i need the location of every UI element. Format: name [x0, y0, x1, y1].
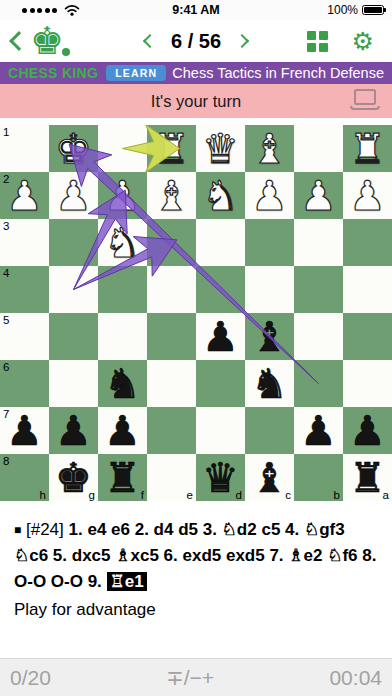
square-f8[interactable]: f♜: [98, 454, 147, 501]
square-c8[interactable]: c♝: [245, 454, 294, 501]
square-a8[interactable]: a♜: [343, 454, 392, 501]
square-h4[interactable]: 4: [0, 266, 49, 313]
square-e4[interactable]: [147, 266, 196, 313]
settings-gear-icon[interactable]: ⚙: [352, 29, 374, 54]
square-f6[interactable]: ♞: [98, 360, 147, 407]
square-g7[interactable]: ♟: [49, 407, 98, 454]
piece-black-b-c5[interactable]: ♝: [245, 313, 294, 360]
square-b2[interactable]: ♟: [294, 172, 343, 219]
piece-black-n-f6[interactable]: ♞: [98, 360, 147, 407]
rank-label: 8: [3, 455, 9, 467]
piece-black-k-g8[interactable]: ♚: [49, 454, 98, 501]
next-puzzle-button[interactable]: [235, 34, 249, 48]
square-a5[interactable]: [343, 313, 392, 360]
piece-black-r-a8[interactable]: ♜: [343, 454, 392, 501]
square-g8[interactable]: g♚: [49, 454, 98, 501]
square-b4[interactable]: [294, 266, 343, 313]
file-label: h: [40, 489, 46, 501]
chess-board: 1♚♜♛♝♜2♟♟♟♝♞♟♟♟3♞45♟♝6♞♞7♟♟♟♟♟8hg♚f♜ed♛c…: [0, 125, 392, 501]
square-h8[interactable]: 8h: [0, 454, 49, 501]
rank-label: 1: [3, 126, 9, 138]
square-c7[interactable]: [245, 407, 294, 454]
square-e6[interactable]: [147, 360, 196, 407]
piece-white-p-a2[interactable]: ♟: [343, 172, 392, 219]
piece-black-b-c8[interactable]: ♝: [245, 454, 294, 501]
move-bullet: ■: [14, 523, 21, 537]
square-e8[interactable]: e: [147, 454, 196, 501]
square-e1[interactable]: ♜: [147, 125, 196, 172]
square-e7[interactable]: [147, 407, 196, 454]
square-c5[interactable]: ♝: [245, 313, 294, 360]
engine-laptop-icon[interactable]: [350, 89, 380, 113]
score-counter: 0/20: [10, 666, 51, 690]
square-h5[interactable]: 5: [0, 313, 49, 360]
square-g5[interactable]: [49, 313, 98, 360]
square-a2[interactable]: ♟: [343, 172, 392, 219]
square-h3[interactable]: 3: [0, 219, 49, 266]
square-g3[interactable]: [49, 219, 98, 266]
brand-name: CHESS KING: [8, 65, 98, 81]
piece-black-p-d5[interactable]: ♟: [196, 313, 245, 360]
square-h7[interactable]: 7♟: [0, 407, 49, 454]
nav-bar: ♚ 6 / 56 ⚙: [0, 20, 392, 62]
piece-white-p-g2[interactable]: ♟: [49, 172, 98, 219]
piece-white-r-a1[interactable]: ♜: [343, 125, 392, 172]
square-b3[interactable]: [294, 219, 343, 266]
puzzle-list-button[interactable]: [307, 31, 328, 52]
turn-text: It's your turn: [151, 92, 241, 111]
square-a1[interactable]: ♜: [343, 125, 392, 172]
instruction-text: Play for advantage: [14, 597, 378, 623]
piece-white-q-d1[interactable]: ♛: [196, 125, 245, 172]
square-b5[interactable]: [294, 313, 343, 360]
square-g6[interactable]: [49, 360, 98, 407]
piece-black-p-b7[interactable]: ♟: [294, 407, 343, 454]
square-g1[interactable]: ♚: [49, 125, 98, 172]
move-list[interactable]: ■ [#24] 1. e4 e6 2. d4 d5 3. ♘d2 c5 4. ♘…: [14, 517, 378, 595]
square-f1[interactable]: [98, 125, 147, 172]
square-e3[interactable]: [147, 219, 196, 266]
square-a4[interactable]: [343, 266, 392, 313]
square-d6[interactable]: [196, 360, 245, 407]
square-a6[interactable]: [343, 360, 392, 407]
lesson-title: Chess Tactics in French Defense: [172, 65, 384, 81]
battery-icon: [362, 5, 384, 16]
square-f7[interactable]: ♟: [98, 407, 147, 454]
moves-text[interactable]: 1. e4 e6 2. d4 d5 3. ♘d2 c5 4. ♘gf3 ♘c6 …: [14, 520, 376, 591]
square-c2[interactable]: ♟: [245, 172, 294, 219]
square-b7[interactable]: ♟: [294, 407, 343, 454]
piece-black-p-f7[interactable]: ♟: [98, 407, 147, 454]
piece-white-p-h2[interactable]: ♟: [0, 172, 49, 219]
square-b8[interactable]: b: [294, 454, 343, 501]
rank-label: 5: [3, 314, 9, 326]
square-h6[interactable]: 6: [0, 360, 49, 407]
status-bar: 9:41 AM 100%: [0, 0, 392, 20]
square-g4[interactable]: [49, 266, 98, 313]
piece-white-k-g1[interactable]: ♚: [49, 125, 98, 172]
square-d8[interactable]: d♛: [196, 454, 245, 501]
square-a7[interactable]: ♟: [343, 407, 392, 454]
square-e2[interactable]: ♝: [147, 172, 196, 219]
bottom-bar: 0/20 ∓/−+ 00:04: [0, 658, 392, 696]
piece-white-n-f3[interactable]: ♞: [98, 219, 147, 266]
piece-white-p-f2[interactable]: ♟: [98, 172, 147, 219]
square-d3[interactable]: [196, 219, 245, 266]
square-c3[interactable]: [245, 219, 294, 266]
piece-white-b-e2[interactable]: ♝: [147, 172, 196, 219]
square-h1[interactable]: 1: [0, 125, 49, 172]
piece-black-p-g7[interactable]: ♟: [49, 407, 98, 454]
square-d1[interactable]: ♛: [196, 125, 245, 172]
learn-badge: LEARN: [106, 65, 166, 81]
piece-white-p-b2[interactable]: ♟: [294, 172, 343, 219]
square-c4[interactable]: [245, 266, 294, 313]
square-d5[interactable]: ♟: [196, 313, 245, 360]
square-c1[interactable]: ♝: [245, 125, 294, 172]
piece-black-n-c6[interactable]: ♞: [245, 360, 294, 407]
board-gap: [0, 118, 392, 125]
square-f4[interactable]: [98, 266, 147, 313]
square-h2[interactable]: 2♟: [0, 172, 49, 219]
square-g2[interactable]: ♟: [49, 172, 98, 219]
evaluation-label: ∓/−+: [166, 666, 214, 690]
current-move[interactable]: ♖e1: [107, 572, 147, 591]
square-d4[interactable]: [196, 266, 245, 313]
square-e5[interactable]: [147, 313, 196, 360]
brand-bar: CHESS KING LEARN Chess Tactics in French…: [0, 62, 392, 84]
rank-label: 3: [3, 220, 9, 232]
piece-black-r-f8[interactable]: ♜: [98, 454, 147, 501]
piece-white-n-d2[interactable]: ♞: [196, 172, 245, 219]
square-f5[interactable]: [98, 313, 147, 360]
piece-black-p-h7[interactable]: ♟: [0, 407, 49, 454]
square-a3[interactable]: [343, 219, 392, 266]
piece-black-p-a7[interactable]: ♟: [343, 407, 392, 454]
piece-white-b-c1[interactable]: ♝: [245, 125, 294, 172]
file-label: b: [334, 489, 340, 501]
square-d7[interactable]: [196, 407, 245, 454]
previous-puzzle-button[interactable]: [143, 34, 157, 48]
battery-percent: 100%: [327, 3, 358, 17]
notation-panel: ■ [#24] 1. e4 e6 2. d4 d5 3. ♘d2 c5 4. ♘…: [0, 501, 392, 658]
piece-black-q-d8[interactable]: ♛: [196, 454, 245, 501]
turn-banner: It's your turn: [0, 84, 392, 118]
file-label: e: [187, 489, 193, 501]
puzzle-id: [#24]: [26, 520, 64, 539]
piece-white-r-e1[interactable]: ♜: [147, 125, 196, 172]
timer: 00:04: [329, 666, 382, 690]
puzzle-counter: 6 / 56: [171, 30, 221, 53]
rank-label: 6: [3, 361, 9, 373]
square-c6[interactable]: ♞: [245, 360, 294, 407]
square-b1[interactable]: [294, 125, 343, 172]
square-d2[interactable]: ♞: [196, 172, 245, 219]
app-screen: 9:41 AM 100% ♚ 6 / 56 ⚙ CHESS KING LEARN…: [0, 0, 392, 696]
rank-label: 4: [3, 267, 9, 279]
piece-white-p-c2[interactable]: ♟: [245, 172, 294, 219]
square-f2[interactable]: ♟: [98, 172, 147, 219]
square-f3[interactable]: ♞: [98, 219, 147, 266]
square-b6[interactable]: [294, 360, 343, 407]
